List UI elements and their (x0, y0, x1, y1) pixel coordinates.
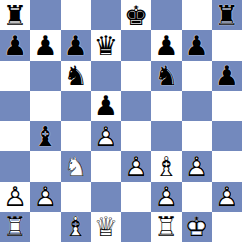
square-h1[interactable] (212, 212, 242, 242)
square-a7[interactable]: ♟ (0, 30, 30, 60)
square-b8[interactable] (30, 0, 60, 30)
square-e5[interactable] (121, 91, 151, 121)
piece-outline-glyph: ♔ (182, 212, 212, 242)
piece-glyph: ♟ (212, 61, 242, 91)
piece-glyph: ♞ (151, 61, 181, 91)
square-c1[interactable]: ♝♗ (61, 212, 91, 242)
square-f7[interactable]: ♟ (151, 30, 181, 60)
square-g5[interactable] (182, 91, 212, 121)
black-queen[interactable]: ♛ (91, 30, 121, 60)
piece-glyph: ♟ (0, 30, 30, 60)
piece-outline-glyph: ♙ (91, 121, 121, 151)
square-g7[interactable]: ♟ (182, 30, 212, 60)
piece-outline-glyph: ♙ (151, 182, 181, 212)
piece-outline-glyph: ♙ (0, 182, 30, 212)
square-a1[interactable]: ♜♖ (0, 212, 30, 242)
white-knight[interactable]: ♞♘ (61, 151, 91, 181)
square-c6[interactable]: ♞ (61, 61, 91, 91)
piece-glyph: ♟ (91, 91, 121, 121)
piece-glyph: ♜ (212, 0, 242, 30)
square-f4[interactable] (151, 121, 181, 151)
black-pawn[interactable]: ♟ (0, 30, 30, 60)
piece-outline-glyph: ♙ (212, 182, 242, 212)
square-f8[interactable] (151, 0, 181, 30)
square-a5[interactable] (0, 91, 30, 121)
black-rook[interactable]: ♜ (212, 0, 242, 30)
square-a6[interactable] (0, 61, 30, 91)
piece-outline-glyph: ♙ (30, 182, 60, 212)
piece-outline-glyph: ♖ (151, 212, 181, 242)
white-rook[interactable]: ♜♖ (151, 212, 181, 242)
square-b3[interactable] (30, 151, 60, 181)
white-rook[interactable]: ♜♖ (0, 212, 30, 242)
square-g2[interactable] (182, 182, 212, 212)
square-b1[interactable] (30, 212, 60, 242)
square-a3[interactable] (0, 151, 30, 181)
black-rook[interactable]: ♜ (0, 0, 30, 30)
white-pawn[interactable]: ♟♙ (151, 182, 181, 212)
square-g6[interactable] (182, 61, 212, 91)
square-b7[interactable]: ♟ (30, 30, 60, 60)
square-d6[interactable] (91, 61, 121, 91)
white-king[interactable]: ♚♔ (182, 212, 212, 242)
square-h6[interactable]: ♟ (212, 61, 242, 91)
square-g3[interactable]: ♟♙ (182, 151, 212, 181)
square-d8[interactable] (91, 0, 121, 30)
square-b6[interactable] (30, 61, 60, 91)
square-c8[interactable] (61, 0, 91, 30)
square-c5[interactable] (61, 91, 91, 121)
square-e2[interactable] (121, 182, 151, 212)
black-knight[interactable]: ♞ (61, 61, 91, 91)
square-b4[interactable]: ♝ (30, 121, 60, 151)
piece-glyph: ♟ (61, 30, 91, 60)
black-pawn[interactable]: ♟ (61, 30, 91, 60)
square-e8[interactable]: ♚ (121, 0, 151, 30)
piece-glyph: ♟ (182, 30, 212, 60)
piece-glyph: ♞ (61, 61, 91, 91)
square-e3[interactable]: ♟♙ (121, 151, 151, 181)
piece-glyph: ♝ (30, 121, 60, 151)
square-c4[interactable] (61, 121, 91, 151)
square-f1[interactable]: ♜♖ (151, 212, 181, 242)
square-g1[interactable]: ♚♔ (182, 212, 212, 242)
black-knight[interactable]: ♞ (151, 61, 181, 91)
square-d4[interactable]: ♟♙ (91, 121, 121, 151)
square-a4[interactable] (0, 121, 30, 151)
piece-outline-glyph: ♙ (121, 151, 151, 181)
square-f3[interactable]: ♝♗ (151, 151, 181, 181)
piece-outline-glyph: ♗ (151, 151, 181, 181)
square-c2[interactable] (61, 182, 91, 212)
piece-glyph: ♛ (91, 30, 121, 60)
square-h7[interactable] (212, 30, 242, 60)
square-c3[interactable]: ♞♘ (61, 151, 91, 181)
black-pawn[interactable]: ♟ (151, 30, 181, 60)
square-c7[interactable]: ♟ (61, 30, 91, 60)
white-pawn[interactable]: ♟♙ (30, 182, 60, 212)
white-pawn[interactable]: ♟♙ (182, 151, 212, 181)
square-d7[interactable]: ♛ (91, 30, 121, 60)
square-h5[interactable] (212, 91, 242, 121)
black-bishop[interactable]: ♝ (30, 121, 60, 151)
white-bishop[interactable]: ♝♗ (61, 212, 91, 242)
piece-glyph: ♜ (0, 0, 30, 30)
square-e6[interactable] (121, 61, 151, 91)
square-d2[interactable] (91, 182, 121, 212)
piece-glyph: ♚ (121, 0, 151, 30)
piece-outline-glyph: ♘ (61, 151, 91, 181)
white-pawn[interactable]: ♟♙ (212, 182, 242, 212)
piece-outline-glyph: ♙ (182, 151, 212, 181)
square-e4[interactable] (121, 121, 151, 151)
square-h8[interactable]: ♜ (212, 0, 242, 30)
white-pawn[interactable]: ♟♙ (91, 121, 121, 151)
square-a2[interactable]: ♟♙ (0, 182, 30, 212)
black-pawn[interactable]: ♟ (91, 91, 121, 121)
chess-board: ♜♚♜♟♟♟♛♟♟♞♞♟♟♝♟♙♞♘♟♙♝♗♟♙♟♙♟♙♟♙♟♙♜♖♝♗♛♕♜♖… (0, 0, 242, 242)
white-pawn[interactable]: ♟♙ (0, 182, 30, 212)
piece-glyph: ♟ (151, 30, 181, 60)
square-f6[interactable]: ♞ (151, 61, 181, 91)
square-h3[interactable] (212, 151, 242, 181)
piece-glyph: ♟ (30, 30, 60, 60)
square-f2[interactable]: ♟♙ (151, 182, 181, 212)
black-pawn[interactable]: ♟ (30, 30, 60, 60)
black-pawn[interactable]: ♟ (182, 30, 212, 60)
square-a8[interactable]: ♜ (0, 0, 30, 30)
square-g8[interactable] (182, 0, 212, 30)
square-g4[interactable] (182, 121, 212, 151)
white-queen[interactable]: ♛♕ (91, 212, 121, 242)
square-b5[interactable] (30, 91, 60, 121)
square-f5[interactable] (151, 91, 181, 121)
white-bishop[interactable]: ♝♗ (151, 151, 181, 181)
square-h4[interactable] (212, 121, 242, 151)
piece-outline-glyph: ♕ (91, 212, 121, 242)
black-king[interactable]: ♚ (121, 0, 151, 30)
square-h2[interactable]: ♟♙ (212, 182, 242, 212)
square-d5[interactable]: ♟ (91, 91, 121, 121)
piece-outline-glyph: ♖ (0, 212, 30, 242)
black-pawn[interactable]: ♟ (212, 61, 242, 91)
square-e1[interactable] (121, 212, 151, 242)
square-d3[interactable] (91, 151, 121, 181)
square-e7[interactable] (121, 30, 151, 60)
square-d1[interactable]: ♛♕ (91, 212, 121, 242)
piece-outline-glyph: ♗ (61, 212, 91, 242)
white-pawn[interactable]: ♟♙ (121, 151, 151, 181)
square-b2[interactable]: ♟♙ (30, 182, 60, 212)
